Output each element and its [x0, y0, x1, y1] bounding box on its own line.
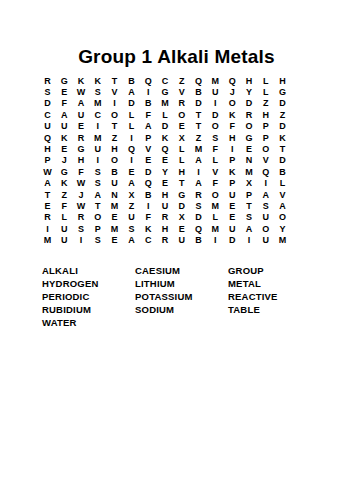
- grid-cell-r6c5: Z: [106, 132, 123, 143]
- grid-cell-r9c8: Y: [157, 166, 174, 177]
- grid-cell-r8c14: V: [257, 155, 274, 166]
- grid-cell-r3c2: F: [56, 98, 73, 109]
- grid-cell-r3c7: B: [140, 98, 157, 109]
- grid-cell-r11c11: O: [207, 189, 224, 200]
- word-item: PERIODIC: [42, 290, 135, 303]
- grid-cell-r9c1: W: [39, 166, 56, 177]
- grid-cell-r11c12: U: [224, 189, 241, 200]
- grid-cell-r12c4: T: [89, 200, 106, 211]
- grid-cell-r4c2: A: [56, 109, 73, 120]
- grid-cell-r7c4: U: [89, 143, 106, 154]
- grid-cell-r5c6: L: [123, 121, 140, 132]
- word-item: LITHIUM: [135, 277, 228, 290]
- grid-cell-r3c6: D: [123, 98, 140, 109]
- grid-cell-r4c5: O: [106, 109, 123, 120]
- grid-cell-r3c10: D: [190, 98, 207, 109]
- grid-cell-r7c7: V: [140, 143, 157, 154]
- grid-cell-r8c2: J: [56, 155, 73, 166]
- grid-cell-r4c10: T: [190, 109, 207, 120]
- grid-cell-r11c8: H: [157, 189, 174, 200]
- word-list: ALKALIHYDROGENPERIODICRUBIDIUMWATERCAESI…: [42, 264, 321, 329]
- grid-cell-r11c4: A: [89, 189, 106, 200]
- grid-cell-r14c12: U: [224, 223, 241, 234]
- grid-cell-r7c10: M: [190, 143, 207, 154]
- grid-cell-r4c11: D: [207, 109, 224, 120]
- grid-cell-r8c13: N: [241, 155, 258, 166]
- grid-cell-r5c5: T: [106, 121, 123, 132]
- grid-cell-r9c12: K: [224, 166, 241, 177]
- grid-cell-r15c8: R: [157, 234, 174, 245]
- grid-cell-r7c8: Q: [157, 143, 174, 154]
- grid-cell-r4c1: C: [39, 109, 56, 120]
- grid-cell-r7c5: H: [106, 143, 123, 154]
- grid-cell-r5c14: P: [257, 121, 274, 132]
- grid-cell-r13c7: F: [140, 212, 157, 223]
- grid-cell-r5c4: I: [89, 121, 106, 132]
- grid-cell-r10c2: K: [56, 178, 73, 189]
- grid-cell-r2c13: Y: [241, 86, 258, 97]
- grid-cell-r11c6: X: [123, 189, 140, 200]
- grid-cell-r13c6: U: [123, 212, 140, 223]
- grid-cell-r12c1: E: [39, 200, 56, 211]
- grid-cell-r1c14: L: [257, 75, 274, 86]
- word-item: POTASSIUM: [135, 290, 228, 303]
- grid-cell-r10c14: I: [257, 178, 274, 189]
- grid-cell-r2c4: S: [89, 86, 106, 97]
- grid-cell-r7c14: O: [257, 143, 274, 154]
- grid-cell-r1c10: Q: [190, 75, 207, 86]
- word-item: GROUP: [228, 264, 321, 277]
- grid-cell-r10c13: X: [241, 178, 258, 189]
- grid-cell-r12c6: Z: [123, 200, 140, 211]
- grid-cell-r11c5: N: [106, 189, 123, 200]
- grid-cell-r4c9: O: [173, 109, 190, 120]
- grid-cell-r8c8: E: [157, 155, 174, 166]
- grid-cell-r2c9: V: [173, 86, 190, 97]
- grid-cell-r12c14: S: [257, 200, 274, 211]
- grid-cell-r12c5: M: [106, 200, 123, 211]
- grid-cell-r13c11: L: [207, 212, 224, 223]
- grid-cell-r9c5: B: [106, 166, 123, 177]
- grid-cell-r6c7: P: [140, 132, 157, 143]
- word-item: ALKALI: [42, 264, 135, 277]
- grid-cell-r14c7: K: [140, 223, 157, 234]
- grid-cell-r14c5: M: [106, 223, 123, 234]
- grid-cell-r6c13: G: [241, 132, 258, 143]
- grid-cell-r8c6: I: [123, 155, 140, 166]
- grid-cell-r10c7: Q: [140, 178, 157, 189]
- grid-cell-r8c1: P: [39, 155, 56, 166]
- grid-cell-r1c6: B: [123, 75, 140, 86]
- word-list-column-2: CAESIUMLITHIUMPOTASSIUMSODIUM: [135, 264, 228, 329]
- grid-cell-r13c8: R: [157, 212, 174, 223]
- grid-cell-r4c3: U: [73, 109, 90, 120]
- grid-cell-r2c6: A: [123, 86, 140, 97]
- grid-cell-r10c5: U: [106, 178, 123, 189]
- grid-cell-r15c13: I: [241, 234, 258, 245]
- grid-cell-r13c10: D: [190, 212, 207, 223]
- grid-cell-r15c3: I: [73, 234, 90, 245]
- grid-cell-r12c7: I: [140, 200, 157, 211]
- grid-cell-r6c10: Z: [190, 132, 207, 143]
- grid-cell-r5c11: O: [207, 121, 224, 132]
- grid-cell-r3c1: D: [39, 98, 56, 109]
- word-item: RUBIDIUM: [42, 303, 135, 316]
- grid-cell-r15c14: U: [257, 234, 274, 245]
- grid-cell-r13c4: O: [89, 212, 106, 223]
- grid-cell-r14c11: M: [207, 223, 224, 234]
- grid-cell-r5c8: D: [157, 121, 174, 132]
- grid-cell-r3c11: I: [207, 98, 224, 109]
- grid-cell-r7c1: H: [39, 143, 56, 154]
- grid-cell-r15c11: I: [207, 234, 224, 245]
- grid-cell-r14c1: I: [39, 223, 56, 234]
- grid-cell-r5c10: T: [190, 121, 207, 132]
- grid-cell-r13c1: R: [39, 212, 56, 223]
- grid-cell-r12c10: S: [190, 200, 207, 211]
- grid-cell-r8c5: O: [106, 155, 123, 166]
- word-list-column-3: GROUPMETALREACTIVETABLE: [228, 264, 321, 329]
- grid-cell-r5c1: U: [39, 121, 56, 132]
- grid-cell-r10c6: A: [123, 178, 140, 189]
- grid-cell-r5c9: E: [173, 121, 190, 132]
- grid-cell-r7c15: T: [274, 143, 291, 154]
- grid-cell-r1c9: Z: [173, 75, 190, 86]
- grid-cell-r6c8: K: [157, 132, 174, 143]
- grid-cell-r9c4: S: [89, 166, 106, 177]
- worksheet-page: Group 1 Alkali Metals RGKKTBQCZQMQHLHSEW…: [0, 0, 353, 500]
- grid-cell-r10c1: A: [39, 178, 56, 189]
- grid-cell-r7c9: L: [173, 143, 190, 154]
- grid-cell-r13c5: E: [106, 212, 123, 223]
- grid-cell-r11c3: J: [73, 189, 90, 200]
- grid-cell-r5c7: A: [140, 121, 157, 132]
- grid-cell-r7c12: I: [224, 143, 241, 154]
- grid-cell-r2c14: L: [257, 86, 274, 97]
- grid-cell-r6c3: R: [73, 132, 90, 143]
- grid-cell-r2c7: I: [140, 86, 157, 97]
- grid-cell-r1c11: M: [207, 75, 224, 86]
- grid-cell-r11c9: G: [173, 189, 190, 200]
- grid-cell-r9c7: D: [140, 166, 157, 177]
- grid-cell-r4c13: R: [241, 109, 258, 120]
- grid-cell-r9c9: H: [173, 166, 190, 177]
- grid-cell-r2c12: J: [224, 86, 241, 97]
- grid-cell-r6c6: I: [123, 132, 140, 143]
- grid-cell-r2c2: E: [56, 86, 73, 97]
- grid-cell-r5c13: O: [241, 121, 258, 132]
- grid-cell-r1c13: H: [241, 75, 258, 86]
- grid-cell-r6c1: Q: [39, 132, 56, 143]
- grid-cell-r9c10: I: [190, 166, 207, 177]
- grid-cell-r10c10: A: [190, 178, 207, 189]
- grid-cell-r7c11: F: [207, 143, 224, 154]
- grid-cell-r10c3: W: [73, 178, 90, 189]
- grid-cell-r1c7: Q: [140, 75, 157, 86]
- grid-cell-r12c2: F: [56, 200, 73, 211]
- grid-cell-r5c2: U: [56, 121, 73, 132]
- grid-cell-r2c5: V: [106, 86, 123, 97]
- grid-cell-r3c13: D: [241, 98, 258, 109]
- grid-cell-r13c13: S: [241, 212, 258, 223]
- grid-cell-r10c11: F: [207, 178, 224, 189]
- grid-cell-r4c6: L: [123, 109, 140, 120]
- grid-cell-r15c4: S: [89, 234, 106, 245]
- word-item: CAESIUM: [135, 264, 228, 277]
- grid-cell-r6c12: H: [224, 132, 241, 143]
- grid-cell-r11c15: V: [274, 189, 291, 200]
- grid-cell-r9c2: G: [56, 166, 73, 177]
- grid-cell-r14c9: E: [173, 223, 190, 234]
- grid-cell-r1c5: T: [106, 75, 123, 86]
- grid-cell-r11c1: T: [39, 189, 56, 200]
- grid-cell-r15c5: E: [106, 234, 123, 245]
- grid-cell-r15c12: D: [224, 234, 241, 245]
- grid-cell-r4c14: H: [257, 109, 274, 120]
- grid-cell-r2c1: S: [39, 86, 56, 97]
- grid-cell-r7c2: E: [56, 143, 73, 154]
- grid-cell-r14c6: S: [123, 223, 140, 234]
- grid-cell-r13c2: L: [56, 212, 73, 223]
- grid-cell-r8c9: L: [173, 155, 190, 166]
- grid-cell-r5c3: E: [73, 121, 90, 132]
- grid-cell-r14c8: H: [157, 223, 174, 234]
- grid-cell-r15c2: U: [56, 234, 73, 245]
- grid-cell-r12c15: A: [274, 200, 291, 211]
- grid-cell-r5c15: D: [274, 121, 291, 132]
- grid-cell-r12c11: M: [207, 200, 224, 211]
- word-search-grid: RGKKTBQCZQMQHLHSEWSVAIGVBUJYLGDFAMIDBMRD…: [39, 75, 291, 246]
- grid-cell-r11c7: B: [140, 189, 157, 200]
- grid-cell-r3c5: I: [106, 98, 123, 109]
- word-item: SODIUM: [135, 303, 228, 316]
- grid-cell-r13c14: U: [257, 212, 274, 223]
- grid-cell-r14c15: Y: [274, 223, 291, 234]
- grid-cell-r13c9: X: [173, 212, 190, 223]
- grid-cell-r1c3: K: [73, 75, 90, 86]
- grid-cell-r4c7: F: [140, 109, 157, 120]
- grid-cell-r11c2: Z: [56, 189, 73, 200]
- grid-cell-r9c15: B: [274, 166, 291, 177]
- grid-cell-r3c12: O: [224, 98, 241, 109]
- grid-cell-r15c15: M: [274, 234, 291, 245]
- grid-cell-r7c3: G: [73, 143, 90, 154]
- grid-cell-r3c14: Z: [257, 98, 274, 109]
- grid-cell-r12c12: E: [224, 200, 241, 211]
- grid-cell-r3c9: R: [173, 98, 190, 109]
- grid-cell-r15c7: C: [140, 234, 157, 245]
- grid-cell-r4c8: L: [157, 109, 174, 120]
- word-item: WATER: [42, 316, 135, 329]
- word-item: TABLE: [228, 303, 321, 316]
- grid-cell-r2c15: G: [274, 86, 291, 97]
- grid-cell-r3c4: M: [89, 98, 106, 109]
- grid-cell-r14c14: O: [257, 223, 274, 234]
- grid-cell-r2c11: U: [207, 86, 224, 97]
- grid-cell-r8c10: A: [190, 155, 207, 166]
- grid-cell-r8c12: P: [224, 155, 241, 166]
- grid-cell-r14c4: P: [89, 223, 106, 234]
- grid-cell-r12c9: D: [173, 200, 190, 211]
- grid-cell-r2c8: G: [157, 86, 174, 97]
- word-item: METAL: [228, 277, 321, 290]
- grid-cell-r8c3: H: [73, 155, 90, 166]
- grid-cell-r15c10: B: [190, 234, 207, 245]
- grid-cell-r4c4: C: [89, 109, 106, 120]
- grid-cell-r13c15: O: [274, 212, 291, 223]
- grid-cell-r12c8: U: [157, 200, 174, 211]
- grid-cell-r11c13: P: [241, 189, 258, 200]
- grid-cell-r15c1: M: [39, 234, 56, 245]
- grid-cell-r8c11: L: [207, 155, 224, 166]
- grid-cell-r10c9: T: [173, 178, 190, 189]
- grid-cell-r3c15: D: [274, 98, 291, 109]
- grid-cell-r1c1: R: [39, 75, 56, 86]
- grid-cell-r6c4: M: [89, 132, 106, 143]
- grid-cell-r2c3: W: [73, 86, 90, 97]
- grid-cell-r5c12: F: [224, 121, 241, 132]
- grid-cell-r10c8: E: [157, 178, 174, 189]
- grid-cell-r11c14: A: [257, 189, 274, 200]
- grid-cell-r4c12: K: [224, 109, 241, 120]
- grid-cell-r6c9: X: [173, 132, 190, 143]
- grid-cell-r9c11: V: [207, 166, 224, 177]
- grid-cell-r3c8: M: [157, 98, 174, 109]
- grid-cell-r1c15: H: [274, 75, 291, 86]
- grid-cell-r14c2: U: [56, 223, 73, 234]
- grid-cell-r4c15: Z: [274, 109, 291, 120]
- grid-cell-r6c14: P: [257, 132, 274, 143]
- grid-cell-r1c12: Q: [224, 75, 241, 86]
- grid-cell-r1c8: C: [157, 75, 174, 86]
- grid-cell-r6c2: K: [56, 132, 73, 143]
- grid-cell-r7c6: Q: [123, 143, 140, 154]
- grid-cell-r14c3: S: [73, 223, 90, 234]
- grid-cell-r9c13: M: [241, 166, 258, 177]
- grid-cell-r11c10: R: [190, 189, 207, 200]
- grid-cell-r9c6: E: [123, 166, 140, 177]
- grid-cell-r9c3: F: [73, 166, 90, 177]
- grid-cell-r6c15: K: [274, 132, 291, 143]
- grid-cell-r12c3: W: [73, 200, 90, 211]
- grid-cell-r12c13: T: [241, 200, 258, 211]
- grid-cell-r10c4: S: [89, 178, 106, 189]
- grid-cell-r14c10: Q: [190, 223, 207, 234]
- grid-cell-r1c4: K: [89, 75, 106, 86]
- grid-cell-r13c3: R: [73, 212, 90, 223]
- grid-cell-r8c15: D: [274, 155, 291, 166]
- grid-cell-r7c13: E: [241, 143, 258, 154]
- grid-cell-r15c6: A: [123, 234, 140, 245]
- grid-cell-r2c10: B: [190, 86, 207, 97]
- grid-cell-r6c11: S: [207, 132, 224, 143]
- word-list-column-1: ALKALIHYDROGENPERIODICRUBIDIUMWATER: [42, 264, 135, 329]
- grid-cell-r1c2: G: [56, 75, 73, 86]
- grid-cell-r8c4: I: [89, 155, 106, 166]
- word-item: REACTIVE: [228, 290, 321, 303]
- grid-cell-r8c7: E: [140, 155, 157, 166]
- grid-cell-r13c12: E: [224, 212, 241, 223]
- word-item: HYDROGEN: [42, 277, 135, 290]
- grid-cell-r10c15: L: [274, 178, 291, 189]
- puzzle-title: Group 1 Alkali Metals: [0, 46, 353, 68]
- grid-cell-r9c14: Q: [257, 166, 274, 177]
- grid-cell-r14c13: A: [241, 223, 258, 234]
- grid-cell-r10c12: P: [224, 178, 241, 189]
- grid-cell-r15c9: U: [173, 234, 190, 245]
- grid-cell-r3c3: A: [73, 98, 90, 109]
